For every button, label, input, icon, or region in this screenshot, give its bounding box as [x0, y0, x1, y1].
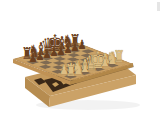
pieces-layer: ♜♞♝♛♚♝♞♜♟♟♟♟♟♟♟♟♟♟♟♟♟♟♟♟♜♞♝♛♚♝♞♜	[0, 0, 160, 120]
scan-artifact	[157, 2, 160, 11]
piece-black-pawn-h7[interactable]: ♟	[77, 37, 86, 50]
chess-set-photo: Wooden chess set product photo: oak ches…	[0, 0, 160, 120]
piece-white-rook-h1[interactable]: ♜	[114, 49, 125, 65]
